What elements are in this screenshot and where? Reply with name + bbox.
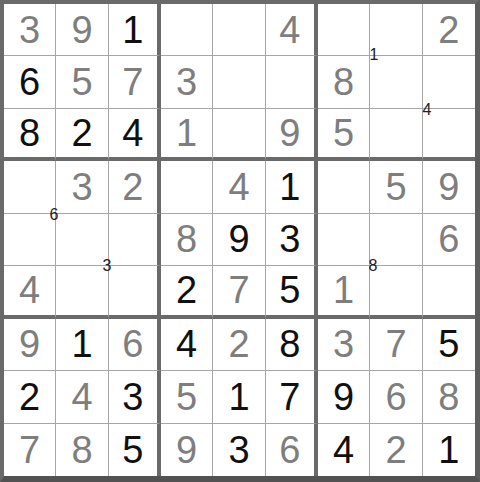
cell-r8c4[interactable]: 5 [161, 371, 213, 423]
cell-r5c8[interactable] [370, 214, 422, 266]
cell-r9c2[interactable]: 8 [56, 424, 108, 476]
cell-r5c5[interactable]: 9 [213, 214, 265, 266]
cell-r8c9[interactable]: 8 [423, 371, 475, 423]
cell-r8c2[interactable]: 4 [56, 371, 108, 423]
cell-r7c5[interactable]: 2 [213, 319, 265, 371]
cell-r1c5[interactable] [213, 4, 265, 56]
cell-r3c2[interactable]: 2 [56, 109, 108, 161]
cell-r4c8[interactable]: 5 [370, 161, 422, 213]
cell-r1c6[interactable]: 4 [266, 4, 318, 56]
sudoku-app: 3914265738824195324159893642751916428375… [0, 0, 480, 482]
cell-r4c5[interactable]: 4 [213, 161, 265, 213]
cell-r3c4[interactable]: 1 [161, 109, 213, 161]
cell-r7c9[interactable]: 5 [423, 319, 475, 371]
cell-r1c4[interactable] [161, 4, 213, 56]
cell-r3c6[interactable]: 9 [266, 109, 318, 161]
cell-r4c7[interactable] [318, 161, 370, 213]
cell-r6c3[interactable] [109, 266, 161, 318]
cell-r2c5[interactable] [213, 56, 265, 108]
cell-r1c7[interactable] [318, 4, 370, 56]
cell-r8c7[interactable]: 9 [318, 371, 370, 423]
cell-r7c1[interactable]: 9 [4, 319, 56, 371]
cell-r9c6[interactable]: 6 [266, 424, 318, 476]
cell-r4c9[interactable]: 9 [423, 161, 475, 213]
cell-r4c1[interactable] [4, 161, 56, 213]
cell-r7c2[interactable]: 1 [56, 319, 108, 371]
cell-r1c8[interactable] [370, 4, 422, 56]
cell-r1c2[interactable]: 9 [56, 4, 108, 56]
sudoku-board: 3914265738824195324159893642751916428375… [0, 0, 480, 482]
cell-r2c8[interactable] [370, 56, 422, 108]
cell-r9c5[interactable]: 3 [213, 424, 265, 476]
cell-r3c5[interactable] [213, 109, 265, 161]
cell-r5c3[interactable] [109, 214, 161, 266]
cell-r7c8[interactable]: 7 [370, 319, 422, 371]
cell-r8c6[interactable]: 7 [266, 371, 318, 423]
cell-r8c3[interactable]: 3 [109, 371, 161, 423]
cell-r7c6[interactable]: 8 [266, 319, 318, 371]
cell-r3c7[interactable]: 5 [318, 109, 370, 161]
cell-r6c7[interactable]: 1 [318, 266, 370, 318]
cell-r9c9[interactable]: 1 [423, 424, 475, 476]
cell-r2c9[interactable] [423, 56, 475, 108]
cell-r1c1[interactable]: 3 [4, 4, 56, 56]
cell-r6c9[interactable] [423, 266, 475, 318]
cell-r4c3[interactable]: 2 [109, 161, 161, 213]
cell-r2c2[interactable]: 5 [56, 56, 108, 108]
cell-r3c9[interactable] [423, 109, 475, 161]
cell-r7c4[interactable]: 4 [161, 319, 213, 371]
cell-r8c5[interactable]: 1 [213, 371, 265, 423]
cell-r6c5[interactable]: 7 [213, 266, 265, 318]
cell-r3c1[interactable]: 8 [4, 109, 56, 161]
cell-r2c7[interactable]: 8 [318, 56, 370, 108]
cell-r2c3[interactable]: 7 [109, 56, 161, 108]
cell-r5c1[interactable] [4, 214, 56, 266]
cell-r9c1[interactable]: 7 [4, 424, 56, 476]
cell-r8c1[interactable]: 2 [4, 371, 56, 423]
cell-r3c3[interactable]: 4 [109, 109, 161, 161]
cell-r5c7[interactable] [318, 214, 370, 266]
cell-r1c3[interactable]: 1 [109, 4, 161, 56]
cell-r6c1[interactable]: 4 [4, 266, 56, 318]
cell-r9c3[interactable]: 5 [109, 424, 161, 476]
cell-r5c2[interactable] [56, 214, 108, 266]
cell-r5c9[interactable]: 6 [423, 214, 475, 266]
cell-r9c7[interactable]: 4 [318, 424, 370, 476]
cell-r4c4[interactable] [161, 161, 213, 213]
cell-r1c9[interactable]: 2 [423, 4, 475, 56]
cell-r7c3[interactable]: 6 [109, 319, 161, 371]
cell-r6c2[interactable] [56, 266, 108, 318]
cell-r9c8[interactable]: 2 [370, 424, 422, 476]
cell-r2c6[interactable] [266, 56, 318, 108]
cell-r4c6[interactable]: 1 [266, 161, 318, 213]
cell-r5c6[interactable]: 3 [266, 214, 318, 266]
cell-r8c8[interactable]: 6 [370, 371, 422, 423]
cell-r7c7[interactable]: 3 [318, 319, 370, 371]
cell-r9c4[interactable]: 9 [161, 424, 213, 476]
cell-r3c8[interactable] [370, 109, 422, 161]
cell-r6c6[interactable]: 5 [266, 266, 318, 318]
cell-r6c8[interactable] [370, 266, 422, 318]
cell-r4c2[interactable]: 3 [56, 161, 108, 213]
cell-r2c4[interactable]: 3 [161, 56, 213, 108]
cell-r6c4[interactable]: 2 [161, 266, 213, 318]
cell-r5c4[interactable]: 8 [161, 214, 213, 266]
cell-r2c1[interactable]: 6 [4, 56, 56, 108]
